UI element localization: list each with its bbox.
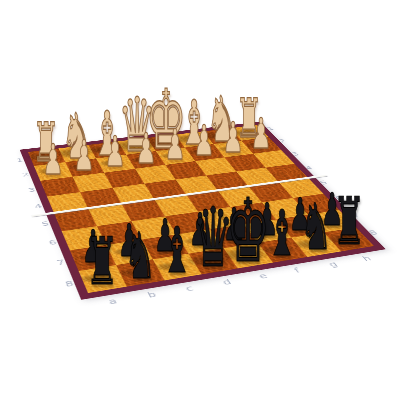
rank-label: 6 (334, 195, 345, 201)
file-label: e (257, 272, 269, 280)
file-label: a (107, 297, 118, 306)
rank-label: 1 (266, 126, 275, 130)
file-label: b (146, 291, 157, 300)
chess-set-photo: abcdefgh1122334455667788 ♜♞♝♛♚♝♞♜♟♟♟♟♟♟♟… (0, 0, 400, 400)
chessboard: abcdefgh1122334455667788 (20, 122, 386, 300)
rank-label: 8 (367, 229, 379, 236)
rank-label: 6 (48, 239, 58, 246)
rank-label: 1 (16, 158, 24, 163)
rank-label: 7 (56, 259, 66, 267)
rank-label: 5 (319, 180, 330, 186)
file-label: g (327, 260, 339, 268)
rank-label: 2 (21, 172, 29, 177)
rank-label: 5 (41, 221, 50, 228)
rank-label: 3 (291, 152, 301, 157)
rank-label: 7 (350, 212, 362, 218)
file-label: d (221, 278, 233, 286)
file-label: h (361, 255, 374, 262)
file-label: c (184, 284, 195, 292)
rank-label: 3 (27, 187, 36, 193)
rank-label: 2 (278, 139, 287, 144)
rank-label: 4 (34, 203, 43, 209)
file-label: f (292, 267, 301, 274)
rank-label: 8 (64, 280, 75, 288)
rank-label: 4 (304, 165, 314, 170)
